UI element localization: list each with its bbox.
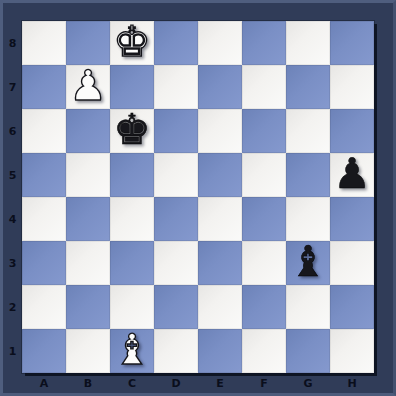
square-g4[interactable] bbox=[286, 197, 330, 241]
square-c8[interactable]: ♚ bbox=[110, 21, 154, 65]
square-g1[interactable] bbox=[286, 329, 330, 373]
rank-labels: 87654321 bbox=[3, 21, 22, 373]
square-a5[interactable] bbox=[22, 153, 66, 197]
square-d6[interactable] bbox=[154, 109, 198, 153]
file-label-a: A bbox=[22, 374, 66, 393]
rank-label-2: 2 bbox=[3, 285, 22, 329]
square-f3[interactable] bbox=[242, 241, 286, 285]
square-f5[interactable] bbox=[242, 153, 286, 197]
square-h6[interactable] bbox=[330, 109, 374, 153]
file-label-g: G bbox=[286, 374, 330, 393]
square-g7[interactable] bbox=[286, 65, 330, 109]
square-c7[interactable] bbox=[110, 65, 154, 109]
piece-black-king[interactable]: ♚ bbox=[113, 108, 151, 152]
file-label-f: F bbox=[242, 374, 286, 393]
square-b1[interactable] bbox=[66, 329, 110, 373]
square-g5[interactable] bbox=[286, 153, 330, 197]
square-c4[interactable] bbox=[110, 197, 154, 241]
file-label-c: C bbox=[110, 374, 154, 393]
square-g6[interactable] bbox=[286, 109, 330, 153]
piece-white-king[interactable]: ♚ bbox=[113, 20, 151, 64]
square-e5[interactable] bbox=[198, 153, 242, 197]
rank-label-3: 3 bbox=[3, 241, 22, 285]
square-a3[interactable] bbox=[22, 241, 66, 285]
square-g3[interactable]: ♝ bbox=[286, 241, 330, 285]
square-h2[interactable] bbox=[330, 285, 374, 329]
piece-white-pawn[interactable]: ♟ bbox=[69, 64, 107, 108]
rank-label-8: 8 bbox=[3, 21, 22, 65]
square-h1[interactable] bbox=[330, 329, 374, 373]
square-c6[interactable]: ♚ bbox=[110, 109, 154, 153]
square-g8[interactable] bbox=[286, 21, 330, 65]
square-h3[interactable] bbox=[330, 241, 374, 285]
square-a2[interactable] bbox=[22, 285, 66, 329]
square-f8[interactable] bbox=[242, 21, 286, 65]
rank-label-4: 4 bbox=[3, 197, 22, 241]
square-a6[interactable] bbox=[22, 109, 66, 153]
square-b2[interactable] bbox=[66, 285, 110, 329]
rank-label-5: 5 bbox=[3, 153, 22, 197]
file-label-e: E bbox=[198, 374, 242, 393]
square-b7[interactable]: ♟ bbox=[66, 65, 110, 109]
square-a4[interactable] bbox=[22, 197, 66, 241]
square-b5[interactable] bbox=[66, 153, 110, 197]
square-e2[interactable] bbox=[198, 285, 242, 329]
square-b6[interactable] bbox=[66, 109, 110, 153]
square-d8[interactable] bbox=[154, 21, 198, 65]
square-a1[interactable] bbox=[22, 329, 66, 373]
board: ♚♟♚♟♝♝ bbox=[22, 21, 374, 373]
square-a8[interactable] bbox=[22, 21, 66, 65]
square-c1[interactable]: ♝ bbox=[110, 329, 154, 373]
chessboard-frame: 87654321 ♚♟♚♟♝♝ ABCDEFGH bbox=[0, 0, 396, 396]
square-f2[interactable] bbox=[242, 285, 286, 329]
square-b3[interactable] bbox=[66, 241, 110, 285]
square-d5[interactable] bbox=[154, 153, 198, 197]
piece-black-pawn[interactable]: ♟ bbox=[333, 152, 371, 196]
square-g2[interactable] bbox=[286, 285, 330, 329]
file-label-b: B bbox=[66, 374, 110, 393]
piece-black-bishop[interactable]: ♝ bbox=[289, 240, 327, 284]
square-e3[interactable] bbox=[198, 241, 242, 285]
square-d1[interactable] bbox=[154, 329, 198, 373]
rank-label-7: 7 bbox=[3, 65, 22, 109]
file-labels: ABCDEFGH bbox=[22, 374, 374, 393]
file-label-h: H bbox=[330, 374, 374, 393]
square-c5[interactable] bbox=[110, 153, 154, 197]
square-h4[interactable] bbox=[330, 197, 374, 241]
square-h5[interactable]: ♟ bbox=[330, 153, 374, 197]
square-a7[interactable] bbox=[22, 65, 66, 109]
piece-white-bishop[interactable]: ♝ bbox=[113, 328, 151, 372]
rank-label-6: 6 bbox=[3, 109, 22, 153]
square-c2[interactable] bbox=[110, 285, 154, 329]
square-b8[interactable] bbox=[66, 21, 110, 65]
square-h7[interactable] bbox=[330, 65, 374, 109]
square-e6[interactable] bbox=[198, 109, 242, 153]
square-f7[interactable] bbox=[242, 65, 286, 109]
square-e7[interactable] bbox=[198, 65, 242, 109]
square-d7[interactable] bbox=[154, 65, 198, 109]
square-f6[interactable] bbox=[242, 109, 286, 153]
square-e1[interactable] bbox=[198, 329, 242, 373]
square-e8[interactable] bbox=[198, 21, 242, 65]
file-label-d: D bbox=[154, 374, 198, 393]
square-b4[interactable] bbox=[66, 197, 110, 241]
square-e4[interactable] bbox=[198, 197, 242, 241]
square-d4[interactable] bbox=[154, 197, 198, 241]
square-h8[interactable] bbox=[330, 21, 374, 65]
square-d3[interactable] bbox=[154, 241, 198, 285]
square-f4[interactable] bbox=[242, 197, 286, 241]
rank-label-1: 1 bbox=[3, 329, 22, 373]
square-d2[interactable] bbox=[154, 285, 198, 329]
square-f1[interactable] bbox=[242, 329, 286, 373]
square-c3[interactable] bbox=[110, 241, 154, 285]
